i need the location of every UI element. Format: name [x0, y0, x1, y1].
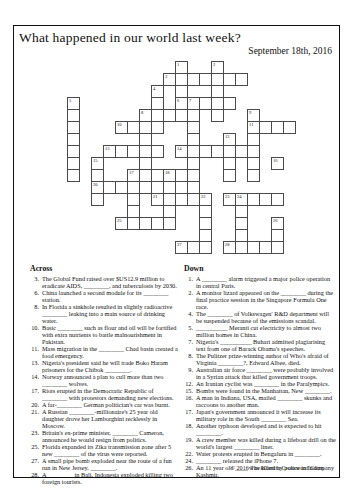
down-clue-number: 19. — [184, 436, 193, 443]
down-clue-number: 5. — [184, 324, 193, 331]
grid-cell-r15c11[interactable] — [199, 241, 212, 254]
down-clue-text: The ________ of Volkswagen' R&D departme… — [196, 310, 329, 324]
across-clue-list: 3.The Global Fund raised over $US12.9 mi… — [30, 275, 180, 485]
grid-cell-r15c17[interactable] — [271, 241, 284, 254]
down-clue-number: 17. — [184, 408, 193, 415]
down-clue-24: 24.________ released the iPhone 7. — [184, 457, 336, 464]
down-clue-number: 22. — [184, 450, 193, 457]
down-clue-text: An Iranian cyclist was ________ in the P… — [196, 380, 329, 387]
across-clue-number: 27. — [30, 457, 39, 464]
across-clue-6: 6.China launched a second module for its… — [30, 289, 180, 303]
across-clue-20: 20.A far-________ German politician's ca… — [30, 401, 180, 408]
down-clue-text: ________ released the iPhone 7. — [196, 457, 278, 464]
down-clue-text: Water protests erupted in Bengaluru in _… — [196, 450, 322, 457]
cell-number-12: 12 — [225, 134, 230, 139]
across-clue-14: 14.Norway announced a plan to cull more … — [30, 373, 180, 387]
copyright-footer: © 2016 The Komita Crossword Company — [230, 464, 334, 471]
down-clue-number: 24. — [184, 457, 193, 464]
cell-number-11: 11 — [249, 122, 253, 127]
across-clue-text: The Global Fund raised over $US12.9 mill… — [42, 275, 177, 289]
down-clue-2: 2.A monitor lizard appeared on the _____… — [184, 289, 336, 310]
across-clue-text: Mass migration in the ________ Chad basi… — [42, 345, 178, 359]
across-clue-text: A ________ in Bali, Indonesia exploded k… — [42, 471, 173, 485]
across-clue-21: 21.A Russian ________-millionaire's 25 y… — [30, 408, 180, 429]
across-clue-text: Basic ________ such as flour and oil wil… — [42, 324, 176, 345]
across-clue-text: Nigeria's president said he will trade B… — [42, 359, 168, 373]
across-clue-text: A far-________ German politician's car w… — [42, 401, 170, 408]
across-clue-number: 23. — [30, 429, 39, 436]
down-clue-18: 18.Another typhoon developed and is expe… — [184, 422, 336, 436]
across-clue-11: 11.Mass migration in the ________ Chad b… — [30, 345, 180, 359]
down-clue-5: 5.__________ Meranti cut electricity to … — [184, 324, 336, 338]
cell-number-8: 8 — [141, 110, 143, 115]
across-clue-25: 25.Florida expanded its Zika transmissio… — [30, 443, 180, 457]
across-clue-number: 28. — [30, 471, 39, 478]
down-header: Down — [184, 264, 336, 273]
cell-number-7: 7 — [189, 98, 191, 103]
page-title: What happened in our world last week? — [19, 30, 241, 46]
cell-number-1: 1 — [177, 62, 179, 67]
down-clue-number: 7. — [184, 338, 193, 345]
across-clues-section: Across 3.The Global Fund raised over $US… — [30, 264, 180, 485]
down-clue-9: 9.Australian air force ________ were pro… — [184, 366, 336, 380]
grid-cell-r4c12[interactable] — [211, 109, 224, 122]
cell-number-18: 18 — [165, 170, 170, 175]
down-clue-19: 19.A crew member was killed during a lif… — [184, 436, 336, 450]
cell-number-10: 10 — [117, 122, 122, 127]
down-clue-22: 22.Water protests erupted in Bengaluru i… — [184, 450, 336, 457]
down-clue-number: 8. — [184, 352, 193, 359]
crossword-grid[interactable]: 1234567891011121314151617182021222324252… — [67, 61, 296, 254]
across-clue-number: 25. — [30, 443, 39, 450]
down-clue-12: 12.An Iranian cyclist was ________ in th… — [184, 380, 336, 387]
across-clue-text: A small pipe bomb exploded near the rout… — [42, 457, 172, 471]
down-clue-text: The Pulitzer prize-winning author of Who… — [196, 352, 329, 366]
across-clue-number: 8. — [30, 303, 39, 310]
down-clue-number: 16. — [184, 394, 193, 401]
cell-number-25: 25 — [117, 218, 122, 223]
down-clue-16: 16.A man in Indiana, USA, mailed _______… — [184, 394, 336, 408]
across-clue-number: 17. — [30, 387, 39, 394]
down-clue-text: Another typhoon developed and is expecte… — [196, 422, 321, 436]
down-clue-number: 12. — [184, 380, 193, 387]
down-clue-text: A ________ alarm triggered a major polic… — [196, 275, 330, 289]
down-clue-list: 1.A ________ alarm triggered a major pol… — [184, 275, 336, 478]
grid-cell-r11c17[interactable] — [271, 193, 284, 206]
cell-number-15: 15 — [93, 158, 98, 163]
across-clue-17: 17.Riots erupted in the Democratic Repub… — [30, 387, 180, 401]
across-clue-number: 6. — [30, 289, 39, 296]
cell-number-27: 27 — [177, 242, 182, 247]
across-clue-text: Riots erupted in the Democratic Republic… — [42, 387, 174, 401]
across-clue-23: 23.Britain's ex-prime minister, ________… — [30, 429, 180, 443]
down-clue-number: 1. — [184, 275, 193, 282]
cell-number-14: 14 — [177, 146, 182, 151]
across-clue-number: 21. — [30, 408, 39, 415]
cell-number-16: 16 — [273, 158, 278, 163]
down-clues-section: Down 1.A ________ alarm triggered a majo… — [184, 264, 336, 478]
down-clue-text: Nigeria's __________ Buhari admitted pla… — [196, 338, 325, 352]
grid-cell-r13c8[interactable] — [163, 217, 176, 230]
across-clue-13: 13.Nigeria's president said he will trad… — [30, 359, 180, 373]
down-clue-text: A man in Indiana, USA, mailed ________ s… — [196, 394, 332, 408]
grid-cell-r11c2[interactable] — [91, 193, 104, 206]
page-date: September 18th, 2016 — [248, 46, 332, 56]
across-clue-3: 3.The Global Fund raised over $US12.9 mi… — [30, 275, 180, 289]
cell-number-21: 21 — [153, 194, 158, 199]
down-clue-4: 4.The ________ of Volkswagen' R&D depart… — [184, 310, 336, 324]
grid-cell-r9c0[interactable] — [67, 169, 80, 182]
cell-number-23: 23 — [225, 194, 230, 199]
down-clue-text: Japan's government announced it will inc… — [196, 408, 321, 422]
cell-number-24: 24 — [237, 194, 242, 199]
grid-cell-r7c7[interactable] — [151, 145, 164, 158]
down-clue-8: 8.The Pulitzer prize-winning author of W… — [184, 352, 336, 366]
grid-cell-r9c15[interactable] — [247, 169, 260, 182]
down-clue-7: 7.Nigeria's __________ Buhari admitted p… — [184, 338, 336, 352]
down-clue-text: A monitor lizard appeared on the _______… — [196, 289, 333, 310]
across-clue-text: A Russian ________-millionaire's 25 year… — [42, 408, 158, 429]
across-clue-number: 13. — [30, 359, 39, 366]
across-clue-text: In Florida a sinkhole resulted in slight… — [42, 303, 172, 324]
cell-number-6: 6 — [177, 98, 179, 103]
cell-number-28: 28 — [225, 242, 230, 247]
across-clue-8: 8.In Florida a sinkhole resulted in slig… — [30, 303, 180, 324]
across-clue-text: Florida expanded its Zika transmission z… — [42, 443, 171, 457]
across-clue-28: 28.A ________ in Bali, Indonesia explode… — [30, 471, 180, 485]
down-clue-17: 17.Japan's government announced it will … — [184, 408, 336, 422]
cell-number-26: 26 — [273, 218, 278, 223]
across-clue-10: 10.Basic ________ such as flour and oil … — [30, 324, 180, 345]
across-clue-text: Norway announced a plan to cull more tha… — [42, 373, 163, 387]
grid-cell-r1c14[interactable] — [235, 73, 248, 86]
cell-number-2: 2 — [213, 62, 215, 67]
cell-number-5: 5 — [69, 98, 71, 103]
grid-cell-r5c18[interactable] — [283, 121, 296, 134]
grid-cell-r9c13[interactable] — [223, 169, 236, 182]
down-clue-number: 26. — [184, 464, 193, 471]
across-clue-text: China launched a second module for its _… — [42, 289, 168, 303]
down-clue-number: 18. — [184, 422, 193, 429]
crossword-page: What happened in our world last week? Se… — [0, 0, 354, 500]
down-clue-number: 4. — [184, 310, 193, 317]
cell-number-20: 20 — [93, 182, 98, 187]
cell-number-13: 13 — [105, 146, 110, 151]
down-clue-15: 15.Bombs were found in the Manhattan, Ne… — [184, 387, 336, 394]
down-clue-text: Australian air force ________ were proba… — [196, 366, 333, 380]
down-clue-text: A crew member was killed during a lifebo… — [196, 436, 336, 450]
cell-number-17: 17 — [129, 170, 134, 175]
cell-number-3: 3 — [165, 74, 167, 79]
down-clue-number: 15. — [184, 387, 193, 394]
cell-number-4: 4 — [153, 86, 155, 91]
down-clue-number: 2. — [184, 289, 193, 296]
cell-number-22: 22 — [201, 194, 206, 199]
down-clue-1: 1.A ________ alarm triggered a major pol… — [184, 275, 336, 289]
down-clue-text: __________ Meranti cut electricity to al… — [196, 324, 321, 338]
across-clue-27: 27.A small pipe bomb exploded near the r… — [30, 457, 180, 471]
down-clue-text: Bombs were found in the Manhattan, New _… — [196, 387, 332, 394]
across-clue-number: 3. — [30, 275, 39, 282]
across-clue-number: 10. — [30, 324, 39, 331]
across-clue-text: Britain's ex-prime minister, ________ Ca… — [42, 429, 164, 443]
grid-cell-r5c7[interactable] — [151, 121, 164, 134]
cell-number-9: 9 — [249, 110, 251, 115]
across-clue-number: 20. — [30, 401, 39, 408]
down-clue-number: 9. — [184, 366, 193, 373]
grid-cell-r3c13[interactable] — [223, 97, 236, 110]
across-clue-number: 11. — [30, 345, 39, 352]
across-clue-number: 14. — [30, 373, 39, 380]
across-header: Across — [30, 264, 180, 273]
grid-cell-r8c17[interactable]: 16 — [271, 157, 284, 170]
